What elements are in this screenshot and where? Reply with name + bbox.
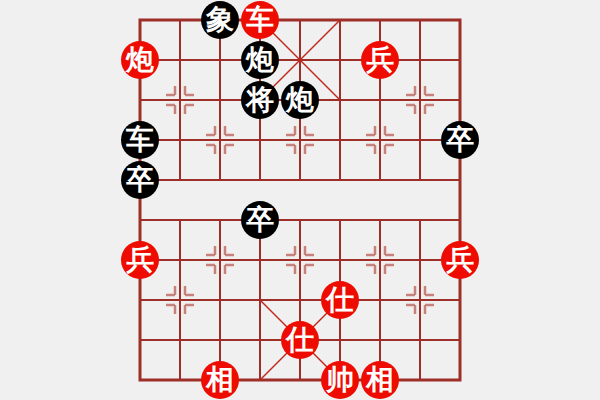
red-cannon-1[interactable]: 炮 [121, 41, 159, 79]
red-soldier-1[interactable]: 兵 [361, 41, 399, 79]
black-soldier-3[interactable]: 卒 [241, 201, 279, 239]
red-elephant-2[interactable]: 相 [361, 361, 399, 399]
red-general[interactable]: 帅 [321, 361, 359, 399]
red-elephant-1[interactable]: 相 [201, 361, 239, 399]
black-cannon-1[interactable]: 炮 [241, 41, 279, 79]
black-elephant-1[interactable]: 象 [201, 1, 239, 39]
xiangqi-pieces-layer: 象车炮炮兵将炮车卒卒卒兵兵仕仕相帅相 [120, 0, 480, 400]
black-chariot-1[interactable]: 车 [121, 121, 159, 159]
xiangqi-diagram: 象车炮炮兵将炮车卒卒卒兵兵仕仕相帅相 [0, 0, 600, 400]
red-soldier-2[interactable]: 兵 [121, 241, 159, 279]
black-cannon-2[interactable]: 炮 [281, 81, 319, 119]
red-chariot-1[interactable]: 车 [241, 1, 279, 39]
black-soldier-2[interactable]: 卒 [121, 161, 159, 199]
black-soldier-1[interactable]: 卒 [441, 121, 479, 159]
black-general[interactable]: 将 [241, 81, 279, 119]
red-advisor-1[interactable]: 仕 [321, 281, 359, 319]
red-soldier-3[interactable]: 兵 [441, 241, 479, 279]
red-advisor-2[interactable]: 仕 [281, 321, 319, 359]
